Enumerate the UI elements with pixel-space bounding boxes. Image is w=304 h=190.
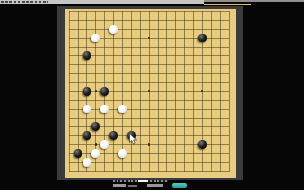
time-text xyxy=(113,184,126,187)
black-stone xyxy=(83,51,92,60)
white-stone xyxy=(83,158,92,167)
star-point xyxy=(148,143,150,145)
titlebar-text-smudge xyxy=(1,1,48,3)
black-stone xyxy=(83,131,92,140)
video-surface[interactable] xyxy=(57,6,243,180)
danmaku-input[interactable] xyxy=(147,184,163,187)
star-point xyxy=(95,90,97,92)
star-point xyxy=(148,90,150,92)
black-stone xyxy=(83,87,92,96)
black-stone xyxy=(74,149,83,158)
white-stone xyxy=(91,149,100,158)
send-button[interactable] xyxy=(172,183,187,188)
titlebar-right-strip xyxy=(204,0,304,2)
star-point xyxy=(148,37,150,39)
white-stone xyxy=(100,140,109,149)
white-stone xyxy=(118,149,127,158)
black-stone xyxy=(109,131,118,140)
go-board xyxy=(65,9,236,178)
star-point xyxy=(95,143,97,145)
seek-bar-played-segment xyxy=(138,180,148,183)
black-stone xyxy=(100,87,109,96)
video-player-frame xyxy=(0,0,304,190)
mouse-cursor-icon xyxy=(129,133,138,145)
white-stone xyxy=(109,25,118,34)
white-stone xyxy=(100,105,109,114)
white-stone xyxy=(118,105,127,114)
star-point xyxy=(201,90,203,92)
black-stone xyxy=(198,140,207,149)
black-stone xyxy=(198,34,207,43)
black-stone xyxy=(91,122,100,131)
white-stone xyxy=(91,34,100,43)
board-intersections xyxy=(65,7,234,176)
white-stone xyxy=(83,105,92,114)
window-titlebar xyxy=(0,0,204,4)
status-text xyxy=(128,185,137,187)
